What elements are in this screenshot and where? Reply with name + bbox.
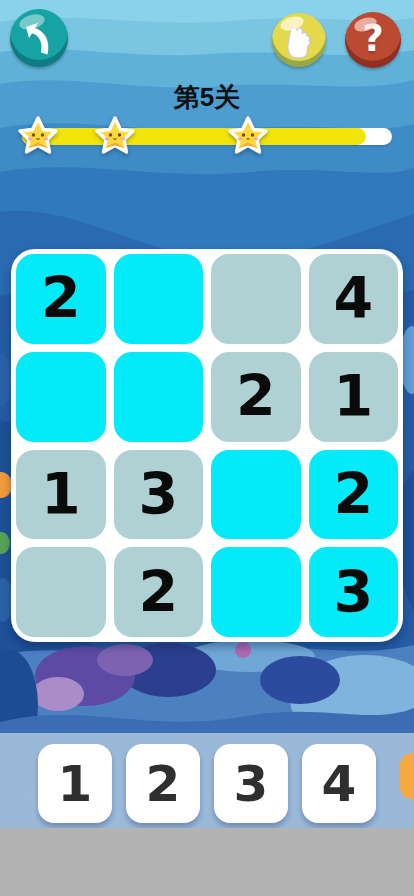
progress-star	[95, 115, 135, 155]
grid-cell-r2c2[interactable]	[114, 352, 204, 442]
back-button[interactable]	[10, 9, 68, 67]
grid-cell-r2c1[interactable]	[16, 352, 106, 442]
grid-cell-r4c3[interactable]	[211, 547, 301, 637]
fish-tail-decoration	[400, 753, 414, 799]
progress-star	[18, 115, 58, 155]
cell-value: 1	[333, 368, 373, 425]
progress-bar	[22, 128, 392, 145]
grid-cell-r4c1[interactable]	[16, 547, 106, 637]
cell-value: 3	[333, 564, 373, 621]
grid-cell-r3c3[interactable]	[211, 450, 301, 540]
grid-cell-r3c1: 1	[16, 450, 106, 540]
tray-key-3[interactable]: 3	[214, 744, 288, 823]
cell-value: 4	[333, 270, 373, 327]
tray-key-1[interactable]: 1	[38, 744, 112, 823]
grid-cell-r2c4: 1	[309, 352, 399, 442]
grid-cell-r2c3: 2	[211, 352, 301, 442]
grid-cell-r1c3[interactable]	[211, 254, 301, 344]
tray-key-label: 4	[322, 759, 357, 809]
progress-fill	[22, 128, 366, 145]
cell-value: 3	[138, 466, 178, 523]
tray-key-label: 3	[234, 759, 269, 809]
grid-cell-r3c2: 3	[114, 450, 204, 540]
cell-value: 2	[138, 564, 178, 621]
progress-star	[228, 115, 268, 155]
bottom-gray-bar	[0, 828, 414, 896]
cell-value: 2	[41, 270, 81, 327]
grid-cell-r1c2[interactable]	[114, 254, 204, 344]
grid-cell-r1c4: 4	[309, 254, 399, 344]
tray-key-label: 1	[58, 759, 93, 809]
puzzle-board: 2 4 2 1 1 3 2 2 3	[11, 249, 403, 642]
grid-cell-r4c2: 2	[114, 547, 204, 637]
grid-cell-r3c4: 2	[309, 450, 399, 540]
cell-value: 2	[236, 368, 276, 425]
game-screen: ? 第5关 2 4 2 1 1 3	[0, 0, 414, 896]
help-button[interactable]: ?	[345, 12, 401, 68]
grid-cell-r4c4: 3	[309, 547, 399, 637]
tray-key-label: 2	[146, 759, 181, 809]
grid-cell-r1c1: 2	[16, 254, 106, 344]
level-title: 第5关	[0, 80, 414, 115]
cell-value: 1	[41, 466, 81, 523]
number-tray: 1 2 3 4	[0, 744, 414, 823]
tray-key-2[interactable]: 2	[126, 744, 200, 823]
tray-key-4[interactable]: 4	[302, 744, 376, 823]
cell-value: 2	[333, 466, 373, 523]
hint-button[interactable]	[272, 13, 326, 67]
